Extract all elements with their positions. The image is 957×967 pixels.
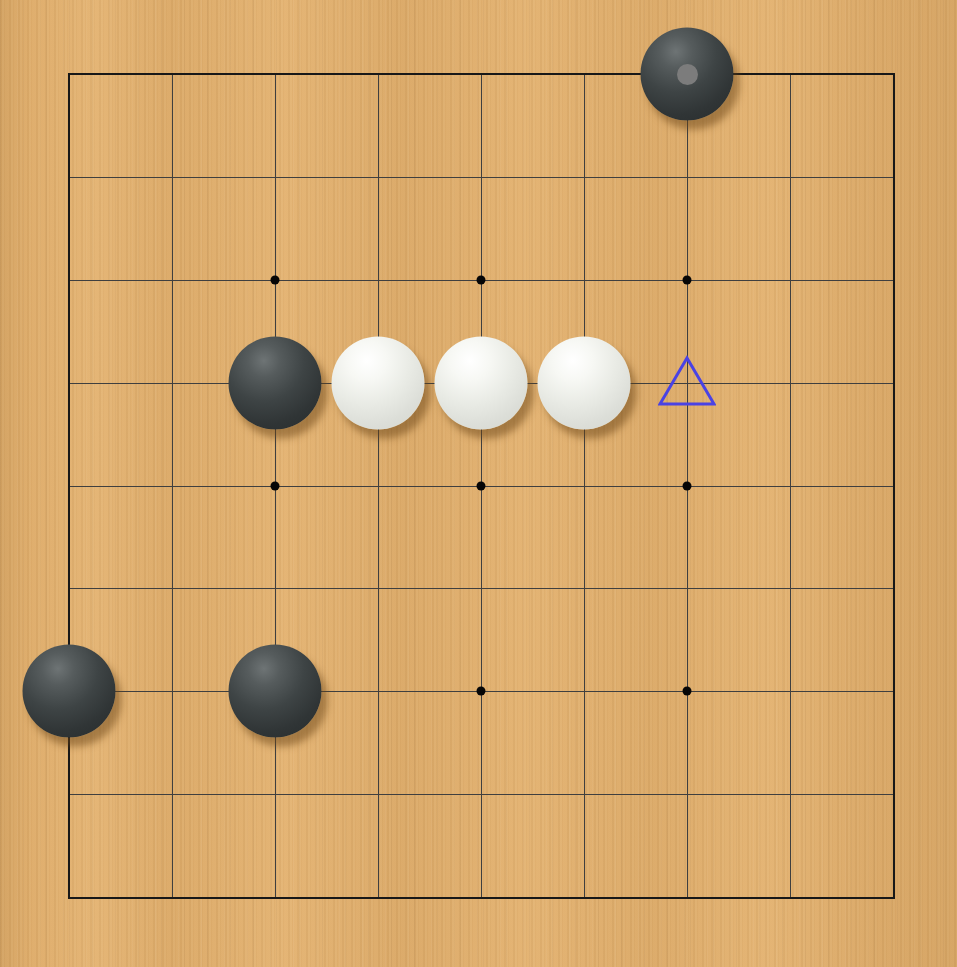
grid-line-vertical-J (893, 74, 894, 897)
white-stone-D6[interactable] (332, 337, 425, 430)
black-stone-C6[interactable] (229, 337, 322, 430)
hoshi-point-E3 (477, 687, 486, 696)
hoshi-point-C7 (271, 276, 280, 285)
grid-line-horizontal-1 (69, 897, 893, 898)
hoshi-point-E7 (477, 276, 486, 285)
grid-line-vertical-H (790, 74, 791, 897)
last-move-circle-marker (677, 64, 698, 85)
hoshi-point-G7 (683, 276, 692, 285)
hoshi-point-E5 (477, 482, 486, 491)
go-board[interactable] (0, 0, 957, 967)
black-stone-G9[interactable] (641, 28, 734, 121)
white-stone-E6[interactable] (435, 337, 528, 430)
black-stone-C3[interactable] (229, 645, 322, 738)
hoshi-point-C5 (271, 482, 280, 491)
hoshi-point-G3 (683, 687, 692, 696)
black-stone-A3[interactable] (23, 645, 116, 738)
grid-line-vertical-F (584, 74, 585, 897)
white-stone-F6[interactable] (538, 337, 631, 430)
hoshi-point-G5 (683, 482, 692, 491)
grid-line-horizontal-2 (69, 794, 893, 795)
grid-line-horizontal-4 (69, 588, 893, 589)
